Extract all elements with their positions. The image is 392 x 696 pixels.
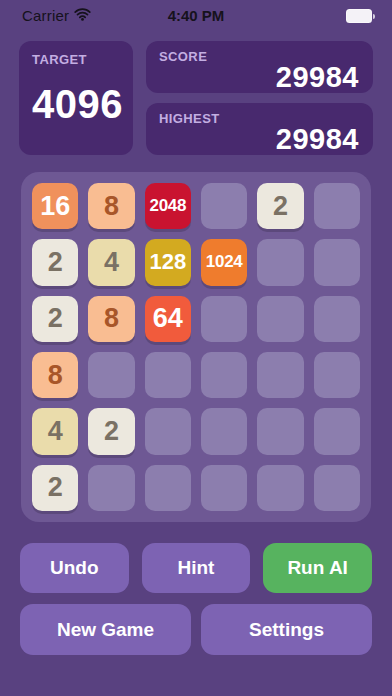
hint-button[interactable]: Hint [142,543,251,593]
empty-cell [257,239,303,285]
tile-2: 2 [32,465,78,511]
empty-cell [257,296,303,342]
run-ai-button[interactable]: Run AI [263,543,372,593]
target-label: TARGET [32,52,133,67]
tile-16: 16 [32,183,78,229]
status-bar: Carrier 4:40 PM [0,0,392,36]
empty-cell [145,465,191,511]
tile-8: 8 [88,296,134,342]
empty-cell [201,183,247,229]
app-screen: Carrier 4:40 PM TARGET 4096 SCORE 29984 … [0,0,392,696]
action-button-row: Undo Hint Run AI [20,543,372,593]
tile-64: 64 [145,296,191,342]
battery-icon [346,9,372,23]
empty-cell [145,352,191,398]
tile-4: 4 [88,239,134,285]
tile-8: 8 [88,183,134,229]
tile-128: 128 [145,239,191,285]
empty-cell [257,408,303,454]
empty-cell [88,465,134,511]
score-value: 29984 [159,61,359,94]
empty-cell [314,296,360,342]
empty-cell [88,352,134,398]
empty-cell [201,352,247,398]
empty-cell [201,465,247,511]
undo-button[interactable]: Undo [20,543,129,593]
empty-cell [314,183,360,229]
empty-cell [314,465,360,511]
secondary-button-row: New Game Settings [20,604,372,655]
score-card: SCORE 29984 [146,41,373,93]
tile-2: 2 [88,408,134,454]
tile-2: 2 [32,296,78,342]
target-card: TARGET 4096 [19,41,133,155]
empty-cell [314,408,360,454]
empty-cell [314,239,360,285]
highest-value: 29984 [159,123,359,156]
new-game-button[interactable]: New Game [20,604,191,655]
tile-8: 8 [32,352,78,398]
clock: 4:40 PM [0,7,392,24]
tile-2: 2 [257,183,303,229]
highest-card: HIGHEST 29984 [146,103,373,155]
tile-2: 2 [32,239,78,285]
tile-4: 4 [32,408,78,454]
tile-1024: 1024 [201,239,247,285]
game-board[interactable]: 1682048224128102428648422 [21,172,371,522]
empty-cell [201,408,247,454]
empty-cell [257,465,303,511]
empty-cell [145,408,191,454]
tile-2048: 2048 [145,183,191,229]
target-value: 4096 [32,82,121,127]
empty-cell [257,352,303,398]
empty-cell [314,352,360,398]
empty-cell [201,296,247,342]
settings-button[interactable]: Settings [201,604,372,655]
